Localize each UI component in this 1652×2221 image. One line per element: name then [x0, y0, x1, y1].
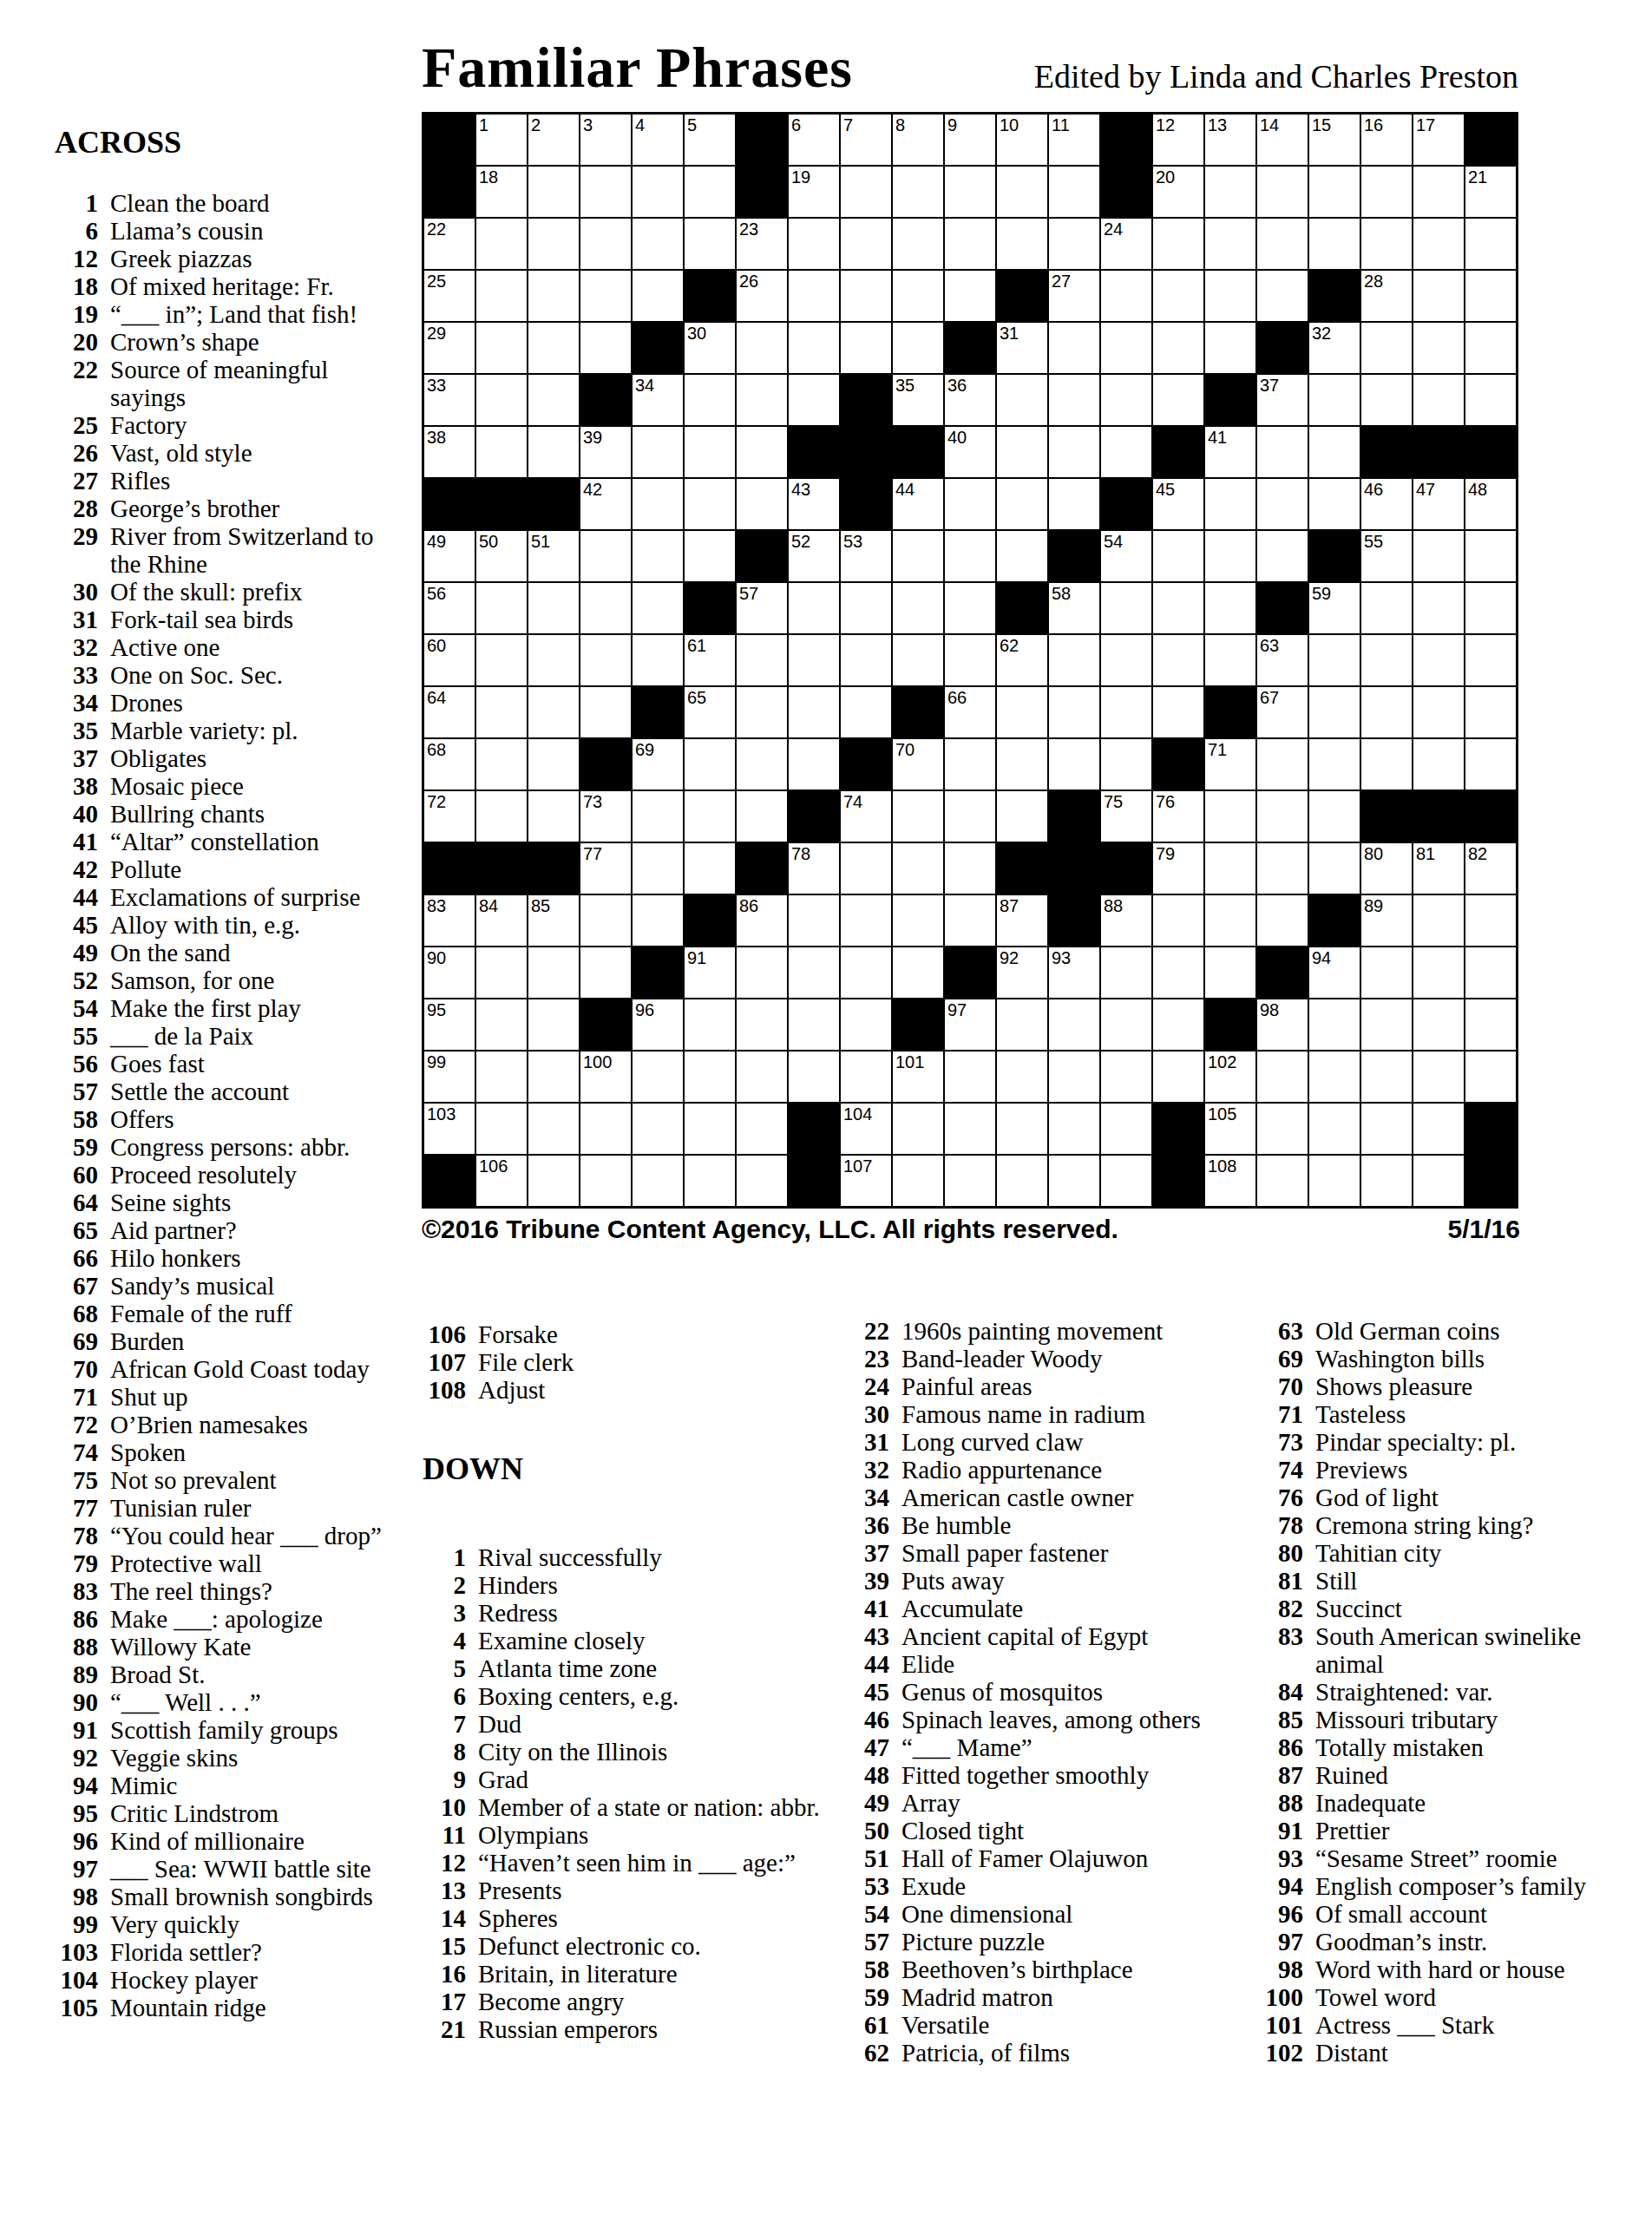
- grid-cell[interactable]: [945, 219, 995, 269]
- grid-cell[interactable]: 105: [1205, 1104, 1255, 1154]
- grid-cell[interactable]: [1257, 1104, 1308, 1154]
- grid-cell[interactable]: [1361, 1156, 1412, 1206]
- grid-cell[interactable]: 79: [1153, 843, 1203, 894]
- grid-cell[interactable]: 70: [893, 739, 943, 789]
- grid-cell[interactable]: [893, 791, 943, 842]
- grid-cell[interactable]: [1049, 1104, 1099, 1154]
- grid-cell[interactable]: 89: [1361, 895, 1412, 946]
- grid-cell[interactable]: [1205, 895, 1255, 946]
- grid-cell[interactable]: [1101, 739, 1151, 789]
- grid-cell[interactable]: [633, 1052, 683, 1102]
- grid-cell[interactable]: [945, 271, 995, 321]
- grid-cell[interactable]: [1153, 999, 1203, 1050]
- grid-cell[interactable]: 76: [1153, 791, 1203, 842]
- grid-cell[interactable]: [789, 895, 839, 946]
- grid-cell[interactable]: [1205, 271, 1255, 321]
- grid-cell[interactable]: [841, 687, 891, 737]
- grid-cell[interactable]: [945, 167, 995, 217]
- grid-cell[interactable]: [1413, 739, 1464, 789]
- grid-cell[interactable]: 60: [424, 635, 475, 685]
- grid-cell[interactable]: [633, 1104, 683, 1154]
- grid-cell[interactable]: [1413, 219, 1464, 269]
- grid-cell[interactable]: 31: [997, 323, 1047, 373]
- grid-cell[interactable]: [945, 1156, 995, 1206]
- grid-cell[interactable]: 57: [737, 583, 787, 633]
- grid-cell[interactable]: 67: [1257, 687, 1308, 737]
- grid-cell[interactable]: [1413, 271, 1464, 321]
- grid-cell[interactable]: [789, 583, 839, 633]
- grid-cell[interactable]: [1465, 635, 1516, 685]
- grid-cell[interactable]: 106: [476, 1156, 527, 1206]
- grid-cell[interactable]: [1257, 791, 1308, 842]
- grid-cell[interactable]: [1049, 1052, 1099, 1102]
- grid-cell[interactable]: [893, 635, 943, 685]
- grid-cell[interactable]: 32: [1309, 323, 1360, 373]
- grid-cell[interactable]: [1101, 583, 1151, 633]
- grid-cell[interactable]: [1153, 947, 1203, 998]
- grid-cell[interactable]: 41: [1205, 427, 1255, 477]
- grid-cell[interactable]: [789, 375, 839, 425]
- grid-cell[interactable]: [1309, 635, 1360, 685]
- grid-cell[interactable]: 4: [633, 115, 683, 165]
- grid-cell[interactable]: [685, 167, 735, 217]
- grid-cell[interactable]: [997, 427, 1047, 477]
- grid-cell[interactable]: [476, 687, 527, 737]
- grid-cell[interactable]: [528, 1156, 579, 1206]
- grid-cell[interactable]: [1205, 635, 1255, 685]
- grid-cell[interactable]: [1205, 791, 1255, 842]
- grid-cell[interactable]: [945, 895, 995, 946]
- grid-cell[interactable]: [685, 479, 735, 529]
- grid-cell[interactable]: [1361, 375, 1412, 425]
- grid-cell[interactable]: 92: [997, 947, 1047, 998]
- grid-cell[interactable]: 63: [1257, 635, 1308, 685]
- grid-cell[interactable]: [685, 791, 735, 842]
- grid-cell[interactable]: [1361, 1104, 1412, 1154]
- grid-cell[interactable]: [1309, 375, 1360, 425]
- grid-cell[interactable]: 72: [424, 791, 475, 842]
- grid-cell[interactable]: [476, 219, 527, 269]
- grid-cell[interactable]: [633, 479, 683, 529]
- grid-cell[interactable]: [789, 739, 839, 789]
- grid-cell[interactable]: [1101, 375, 1151, 425]
- grid-cell[interactable]: [1257, 1052, 1308, 1102]
- grid-cell[interactable]: [580, 323, 631, 373]
- grid-cell[interactable]: 78: [789, 843, 839, 894]
- grid-cell[interactable]: [997, 999, 1047, 1050]
- grid-cell[interactable]: [1361, 323, 1412, 373]
- grid-cell[interactable]: [476, 947, 527, 998]
- grid-cell[interactable]: [789, 1052, 839, 1102]
- grid-cell[interactable]: 107: [841, 1156, 891, 1206]
- grid-cell[interactable]: [580, 1156, 631, 1206]
- grid-cell[interactable]: 9: [945, 115, 995, 165]
- grid-cell[interactable]: 66: [945, 687, 995, 737]
- grid-cell[interactable]: [1049, 635, 1099, 685]
- grid-cell[interactable]: 35: [893, 375, 943, 425]
- grid-cell[interactable]: [1049, 375, 1099, 425]
- grid-cell[interactable]: [893, 843, 943, 894]
- grid-cell[interactable]: [633, 1156, 683, 1206]
- grid-cell[interactable]: [997, 1156, 1047, 1206]
- grid-cell[interactable]: [1309, 479, 1360, 529]
- grid-cell[interactable]: [1153, 271, 1203, 321]
- grid-cell[interactable]: [737, 687, 787, 737]
- grid-cell[interactable]: [1361, 947, 1412, 998]
- grid-cell[interactable]: [1361, 999, 1412, 1050]
- grid-cell[interactable]: [893, 1104, 943, 1154]
- grid-cell[interactable]: [893, 271, 943, 321]
- grid-cell[interactable]: 85: [528, 895, 579, 946]
- grid-cell[interactable]: [1257, 531, 1308, 581]
- grid-cell[interactable]: [1465, 687, 1516, 737]
- grid-cell[interactable]: [528, 1052, 579, 1102]
- grid-cell[interactable]: 81: [1413, 843, 1464, 894]
- grid-cell[interactable]: [633, 531, 683, 581]
- grid-cell[interactable]: 49: [424, 531, 475, 581]
- grid-cell[interactable]: 62: [997, 635, 1047, 685]
- grid-cell[interactable]: [997, 375, 1047, 425]
- grid-cell[interactable]: [476, 1052, 527, 1102]
- grid-cell[interactable]: [1413, 635, 1464, 685]
- grid-cell[interactable]: [945, 1052, 995, 1102]
- grid-cell[interactable]: [841, 219, 891, 269]
- grid-cell[interactable]: [1257, 271, 1308, 321]
- grid-cell[interactable]: [1101, 1104, 1151, 1154]
- grid-cell[interactable]: 80: [1361, 843, 1412, 894]
- grid-cell[interactable]: [685, 739, 735, 789]
- grid-cell[interactable]: [997, 791, 1047, 842]
- grid-cell[interactable]: [1153, 583, 1203, 633]
- grid-cell[interactable]: [841, 271, 891, 321]
- grid-cell[interactable]: 51: [528, 531, 579, 581]
- grid-cell[interactable]: [1413, 1104, 1464, 1154]
- grid-cell[interactable]: [685, 1052, 735, 1102]
- grid-cell[interactable]: [1413, 895, 1464, 946]
- grid-cell[interactable]: [1465, 583, 1516, 633]
- grid-cell[interactable]: [1049, 167, 1099, 217]
- grid-cell[interactable]: 64: [424, 687, 475, 737]
- grid-cell[interactable]: [789, 323, 839, 373]
- grid-cell[interactable]: 16: [1361, 115, 1412, 165]
- grid-cell[interactable]: 65: [685, 687, 735, 737]
- grid-cell[interactable]: [476, 791, 527, 842]
- grid-cell[interactable]: [945, 1104, 995, 1154]
- grid-cell[interactable]: [789, 999, 839, 1050]
- grid-cell[interactable]: 19: [789, 167, 839, 217]
- grid-cell[interactable]: 82: [1465, 843, 1516, 894]
- grid-cell[interactable]: 93: [1049, 947, 1099, 998]
- grid-cell[interactable]: [476, 739, 527, 789]
- grid-cell[interactable]: [476, 999, 527, 1050]
- grid-cell[interactable]: [1413, 583, 1464, 633]
- grid-cell[interactable]: [1205, 531, 1255, 581]
- grid-cell[interactable]: [893, 895, 943, 946]
- grid-cell[interactable]: [1153, 531, 1203, 581]
- grid-cell[interactable]: [893, 947, 943, 998]
- grid-cell[interactable]: 108: [1205, 1156, 1255, 1206]
- grid-cell[interactable]: 18: [476, 167, 527, 217]
- grid-cell[interactable]: [580, 271, 631, 321]
- grid-cell[interactable]: 46: [1361, 479, 1412, 529]
- grid-cell[interactable]: [633, 583, 683, 633]
- grid-cell[interactable]: [1465, 895, 1516, 946]
- grid-cell[interactable]: [1465, 375, 1516, 425]
- grid-cell[interactable]: [685, 219, 735, 269]
- grid-cell[interactable]: [893, 1156, 943, 1206]
- grid-cell[interactable]: [1309, 427, 1360, 477]
- grid-cell[interactable]: 28: [1361, 271, 1412, 321]
- grid-cell[interactable]: [1465, 1052, 1516, 1102]
- grid-cell[interactable]: [945, 531, 995, 581]
- grid-cell[interactable]: 24: [1101, 219, 1151, 269]
- grid-cell[interactable]: [1413, 947, 1464, 998]
- grid-cell[interactable]: 55: [1361, 531, 1412, 581]
- grid-cell[interactable]: [633, 427, 683, 477]
- grid-cell[interactable]: [528, 427, 579, 477]
- grid-cell[interactable]: [1205, 583, 1255, 633]
- grid-cell[interactable]: [1413, 1156, 1464, 1206]
- grid-cell[interactable]: [1309, 1104, 1360, 1154]
- grid-cell[interactable]: [737, 1104, 787, 1154]
- grid-cell[interactable]: [1101, 687, 1151, 737]
- grid-cell[interactable]: [528, 583, 579, 633]
- grid-cell[interactable]: 75: [1101, 791, 1151, 842]
- grid-cell[interactable]: 14: [1257, 115, 1308, 165]
- grid-cell[interactable]: [997, 1104, 1047, 1154]
- grid-cell[interactable]: [1257, 895, 1308, 946]
- grid-cell[interactable]: 68: [424, 739, 475, 789]
- grid-cell[interactable]: [737, 1052, 787, 1102]
- grid-cell[interactable]: [580, 531, 631, 581]
- grid-cell[interactable]: 21: [1465, 167, 1516, 217]
- grid-cell[interactable]: 87: [997, 895, 1047, 946]
- grid-cell[interactable]: [737, 479, 787, 529]
- grid-cell[interactable]: 96: [633, 999, 683, 1050]
- grid-cell[interactable]: 86: [737, 895, 787, 946]
- grid-cell[interactable]: [580, 895, 631, 946]
- grid-cell[interactable]: [737, 635, 787, 685]
- grid-cell[interactable]: [737, 1156, 787, 1206]
- grid-cell[interactable]: 91: [685, 947, 735, 998]
- grid-cell[interactable]: 53: [841, 531, 891, 581]
- grid-cell[interactable]: [841, 895, 891, 946]
- grid-cell[interactable]: [737, 323, 787, 373]
- grid-cell[interactable]: [1049, 739, 1099, 789]
- grid-cell[interactable]: 8: [893, 115, 943, 165]
- grid-cell[interactable]: [997, 219, 1047, 269]
- grid-cell[interactable]: 26: [737, 271, 787, 321]
- grid-cell[interactable]: 34: [633, 375, 683, 425]
- grid-cell[interactable]: [685, 1104, 735, 1154]
- grid-cell[interactable]: 69: [633, 739, 683, 789]
- grid-cell[interactable]: 103: [424, 1104, 475, 1154]
- grid-cell[interactable]: [737, 947, 787, 998]
- grid-cell[interactable]: 56: [424, 583, 475, 633]
- grid-cell[interactable]: [1049, 999, 1099, 1050]
- grid-cell[interactable]: [997, 739, 1047, 789]
- grid-cell[interactable]: [841, 583, 891, 633]
- grid-cell[interactable]: [476, 635, 527, 685]
- grid-cell[interactable]: 22: [424, 219, 475, 269]
- grid-cell[interactable]: 98: [1257, 999, 1308, 1050]
- grid-cell[interactable]: [1205, 323, 1255, 373]
- grid-cell[interactable]: [1153, 635, 1203, 685]
- grid-cell[interactable]: 44: [893, 479, 943, 529]
- grid-cell[interactable]: [945, 791, 995, 842]
- grid-cell[interactable]: [476, 375, 527, 425]
- grid-cell[interactable]: [737, 739, 787, 789]
- grid-cell[interactable]: [1361, 739, 1412, 789]
- grid-cell[interactable]: [528, 635, 579, 685]
- grid-cell[interactable]: 11: [1049, 115, 1099, 165]
- grid-cell[interactable]: 84: [476, 895, 527, 946]
- grid-cell[interactable]: [737, 375, 787, 425]
- grid-cell[interactable]: [1309, 167, 1360, 217]
- grid-cell[interactable]: [528, 947, 579, 998]
- grid-cell[interactable]: [1257, 167, 1308, 217]
- grid-cell[interactable]: [789, 947, 839, 998]
- grid-cell[interactable]: [737, 427, 787, 477]
- grid-cell[interactable]: 37: [1257, 375, 1308, 425]
- grid-cell[interactable]: [1153, 687, 1203, 737]
- grid-cell[interactable]: [945, 635, 995, 685]
- grid-cell[interactable]: [1205, 479, 1255, 529]
- grid-cell[interactable]: [1413, 999, 1464, 1050]
- grid-cell[interactable]: 77: [580, 843, 631, 894]
- grid-cell[interactable]: [580, 947, 631, 998]
- grid-cell[interactable]: [685, 843, 735, 894]
- grid-cell[interactable]: [580, 583, 631, 633]
- grid-cell[interactable]: 48: [1465, 479, 1516, 529]
- grid-cell[interactable]: [633, 791, 683, 842]
- grid-cell[interactable]: 33: [424, 375, 475, 425]
- grid-cell[interactable]: [789, 219, 839, 269]
- grid-cell[interactable]: [528, 219, 579, 269]
- grid-cell[interactable]: [1465, 219, 1516, 269]
- grid-cell[interactable]: [893, 323, 943, 373]
- grid-cell[interactable]: [1465, 271, 1516, 321]
- grid-cell[interactable]: 58: [1049, 583, 1099, 633]
- grid-cell[interactable]: 45: [1153, 479, 1203, 529]
- grid-cell[interactable]: 52: [789, 531, 839, 581]
- grid-cell[interactable]: 1: [476, 115, 527, 165]
- grid-cell[interactable]: [476, 271, 527, 321]
- grid-cell[interactable]: 38: [424, 427, 475, 477]
- grid-cell[interactable]: [841, 635, 891, 685]
- grid-cell[interactable]: 2: [528, 115, 579, 165]
- grid-cell[interactable]: [476, 583, 527, 633]
- grid-cell[interactable]: [1309, 219, 1360, 269]
- grid-cell[interactable]: [1309, 739, 1360, 789]
- grid-cell[interactable]: [580, 687, 631, 737]
- grid-cell[interactable]: [1205, 167, 1255, 217]
- grid-cell[interactable]: [1101, 1052, 1151, 1102]
- grid-cell[interactable]: 3: [580, 115, 631, 165]
- grid-cell[interactable]: [633, 271, 683, 321]
- grid-cell[interactable]: [1153, 895, 1203, 946]
- grid-cell[interactable]: 7: [841, 115, 891, 165]
- grid-cell[interactable]: 100: [580, 1052, 631, 1102]
- grid-cell[interactable]: [841, 999, 891, 1050]
- grid-cell[interactable]: [476, 427, 527, 477]
- grid-cell[interactable]: [1205, 947, 1255, 998]
- grid-cell[interactable]: [1049, 687, 1099, 737]
- grid-cell[interactable]: [633, 635, 683, 685]
- grid-cell[interactable]: 25: [424, 271, 475, 321]
- grid-cell[interactable]: 88: [1101, 895, 1151, 946]
- grid-cell[interactable]: [1257, 1156, 1308, 1206]
- grid-cell[interactable]: [476, 323, 527, 373]
- grid-cell[interactable]: [841, 323, 891, 373]
- grid-cell[interactable]: 99: [424, 1052, 475, 1102]
- grid-cell[interactable]: 95: [424, 999, 475, 1050]
- grid-cell[interactable]: [528, 323, 579, 373]
- grid-cell[interactable]: [737, 999, 787, 1050]
- grid-cell[interactable]: [685, 1156, 735, 1206]
- grid-cell[interactable]: [1257, 219, 1308, 269]
- grid-cell[interactable]: 42: [580, 479, 631, 529]
- grid-cell[interactable]: [580, 1104, 631, 1154]
- grid-cell[interactable]: [1049, 1156, 1099, 1206]
- grid-cell[interactable]: [945, 583, 995, 633]
- grid-cell[interactable]: [841, 843, 891, 894]
- grid-cell[interactable]: [685, 999, 735, 1050]
- grid-cell[interactable]: [997, 687, 1047, 737]
- grid-cell[interactable]: 27: [1049, 271, 1099, 321]
- grid-cell[interactable]: [1465, 739, 1516, 789]
- grid-cell[interactable]: [528, 791, 579, 842]
- grid-cell[interactable]: 104: [841, 1104, 891, 1154]
- grid-cell[interactable]: 17: [1413, 115, 1464, 165]
- grid-cell[interactable]: 73: [580, 791, 631, 842]
- grid-cell[interactable]: 6: [789, 115, 839, 165]
- grid-cell[interactable]: [841, 167, 891, 217]
- grid-cell[interactable]: [1049, 427, 1099, 477]
- grid-cell[interactable]: [1413, 1052, 1464, 1102]
- grid-cell[interactable]: 50: [476, 531, 527, 581]
- grid-cell[interactable]: [528, 687, 579, 737]
- grid-cell[interactable]: [1309, 999, 1360, 1050]
- grid-cell[interactable]: 29: [424, 323, 475, 373]
- grid-cell[interactable]: [893, 167, 943, 217]
- grid-cell[interactable]: [685, 531, 735, 581]
- grid-cell[interactable]: [528, 271, 579, 321]
- grid-cell[interactable]: [1309, 1052, 1360, 1102]
- grid-cell[interactable]: [1049, 323, 1099, 373]
- grid-cell[interactable]: [893, 583, 943, 633]
- grid-cell[interactable]: [528, 1104, 579, 1154]
- grid-cell[interactable]: [1257, 427, 1308, 477]
- grid-cell[interactable]: [997, 479, 1047, 529]
- grid-cell[interactable]: [633, 843, 683, 894]
- grid-cell[interactable]: [1465, 531, 1516, 581]
- grid-cell[interactable]: [633, 219, 683, 269]
- grid-cell[interactable]: [1413, 323, 1464, 373]
- grid-cell[interactable]: [1153, 1052, 1203, 1102]
- grid-cell[interactable]: 5: [685, 115, 735, 165]
- grid-cell[interactable]: [789, 271, 839, 321]
- grid-cell[interactable]: [580, 635, 631, 685]
- grid-cell[interactable]: [1101, 323, 1151, 373]
- grid-cell[interactable]: [997, 167, 1047, 217]
- grid-cell[interactable]: [841, 1052, 891, 1102]
- grid-cell[interactable]: [997, 1052, 1047, 1102]
- grid-cell[interactable]: [580, 167, 631, 217]
- grid-cell[interactable]: 101: [893, 1052, 943, 1102]
- grid-cell[interactable]: [1257, 479, 1308, 529]
- grid-cell[interactable]: [1309, 791, 1360, 842]
